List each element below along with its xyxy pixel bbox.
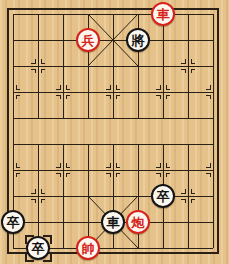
red-cannon[interactable]: 炮 xyxy=(126,210,150,234)
red-general[interactable]: 帥 xyxy=(76,236,100,260)
board-point-6-0: 車 xyxy=(151,1,176,27)
board-point-3-9: 帥 xyxy=(76,235,101,261)
board-point-6-7: 卒 xyxy=(151,183,176,209)
board-point-3-1: 兵 xyxy=(76,27,101,53)
black-general[interactable]: 將 xyxy=(126,28,150,52)
black-chariot[interactable]: 車 xyxy=(101,210,125,234)
black-soldier[interactable]: 卒 xyxy=(151,184,175,208)
red-chariot[interactable]: 車 xyxy=(151,2,175,26)
board-point-5-8: 炮 xyxy=(126,209,151,235)
pieces-layer[interactable]: 車兵將卒卒車炮卒帥 xyxy=(1,1,226,261)
black-soldier[interactable]: 卒 xyxy=(26,236,50,260)
board-point-0-8: 卒 xyxy=(1,209,26,235)
red-soldier[interactable]: 兵 xyxy=(76,28,100,52)
black-soldier[interactable]: 卒 xyxy=(1,210,25,234)
board-point-4-8: 車 xyxy=(101,209,126,235)
board-point-1-9: 卒 xyxy=(26,235,51,261)
board-point-5-1: 將 xyxy=(126,27,151,53)
xiangqi-board-screenshot: 車兵將卒卒車炮卒帥 xyxy=(0,0,229,264)
